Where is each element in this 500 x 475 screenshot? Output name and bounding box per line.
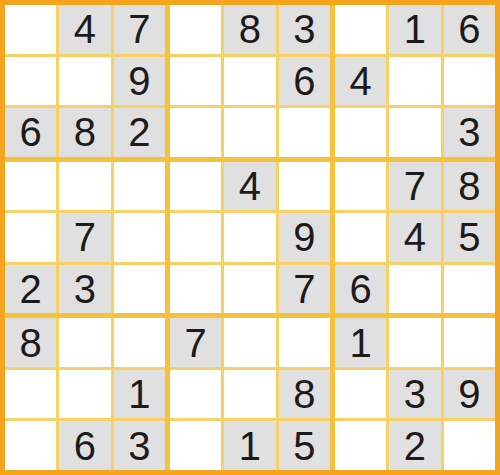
cell-r2c2[interactable] — [59, 57, 110, 106]
cell-r3c5[interactable] — [224, 108, 275, 157]
cell-r6c2: 3 — [59, 265, 110, 314]
cell-r9c5: 1 — [224, 421, 275, 470]
sudoku-box-2: 836 — [170, 5, 330, 157]
cell-r9c9[interactable] — [444, 421, 495, 470]
cell-r1c7[interactable] — [335, 5, 386, 54]
cell-r4c8: 7 — [389, 162, 440, 211]
cell-r1c8: 1 — [389, 5, 440, 54]
cell-r3c4[interactable] — [170, 108, 221, 157]
sudoku-box-3: 1643 — [335, 5, 495, 157]
cell-r4c3[interactable] — [114, 162, 165, 211]
sudoku-box-5: 497 — [170, 162, 330, 314]
sudoku-grid: 479682836164372349778456816378151392 — [5, 5, 495, 470]
sudoku-box-9: 1392 — [335, 318, 495, 470]
cell-r5c3[interactable] — [114, 213, 165, 262]
cell-r3c1: 6 — [5, 108, 56, 157]
cell-r9c7[interactable] — [335, 421, 386, 470]
cell-r1c2: 4 — [59, 5, 110, 54]
cell-r9c2: 6 — [59, 421, 110, 470]
cell-r9c6: 5 — [279, 421, 330, 470]
cell-r1c5: 8 — [224, 5, 275, 54]
cell-r2c1[interactable] — [5, 57, 56, 106]
cell-r6c3[interactable] — [114, 265, 165, 314]
cell-r5c6: 9 — [279, 213, 330, 262]
cell-r8c1[interactable] — [5, 370, 56, 419]
cell-r7c8[interactable] — [389, 318, 440, 367]
cell-r8c5[interactable] — [224, 370, 275, 419]
cell-r3c6[interactable] — [279, 108, 330, 157]
cell-r8c6: 8 — [279, 370, 330, 419]
cell-r4c6[interactable] — [279, 162, 330, 211]
cell-r6c4[interactable] — [170, 265, 221, 314]
cell-r1c9: 6 — [444, 5, 495, 54]
cell-r8c4[interactable] — [170, 370, 221, 419]
sudoku-box-4: 723 — [5, 162, 165, 314]
cell-r7c5[interactable] — [224, 318, 275, 367]
cell-r6c1: 2 — [5, 265, 56, 314]
cell-r7c6[interactable] — [279, 318, 330, 367]
cell-r3c8[interactable] — [389, 108, 440, 157]
cell-r2c5[interactable] — [224, 57, 275, 106]
cell-r9c4[interactable] — [170, 421, 221, 470]
cell-r3c7[interactable] — [335, 108, 386, 157]
cell-r6c9[interactable] — [444, 265, 495, 314]
cell-r2c9[interactable] — [444, 57, 495, 106]
cell-r1c1[interactable] — [5, 5, 56, 54]
cell-r3c3: 2 — [114, 108, 165, 157]
cell-r5c4[interactable] — [170, 213, 221, 262]
cell-r4c7[interactable] — [335, 162, 386, 211]
cell-r8c8: 3 — [389, 370, 440, 419]
cell-r2c3: 9 — [114, 57, 165, 106]
cell-r8c7[interactable] — [335, 370, 386, 419]
cell-r1c4[interactable] — [170, 5, 221, 54]
cell-r6c7: 6 — [335, 265, 386, 314]
cell-r5c8: 4 — [389, 213, 440, 262]
cell-r8c9: 9 — [444, 370, 495, 419]
cell-r2c7: 4 — [335, 57, 386, 106]
cell-r7c3[interactable] — [114, 318, 165, 367]
cell-r4c4[interactable] — [170, 162, 221, 211]
cell-r2c6: 6 — [279, 57, 330, 106]
sudoku-box-6: 78456 — [335, 162, 495, 314]
cell-r1c3: 7 — [114, 5, 165, 54]
cell-r5c9: 5 — [444, 213, 495, 262]
cell-r4c2[interactable] — [59, 162, 110, 211]
cell-r6c8[interactable] — [389, 265, 440, 314]
cell-r9c1[interactable] — [5, 421, 56, 470]
cell-r8c3: 1 — [114, 370, 165, 419]
cell-r7c9[interactable] — [444, 318, 495, 367]
cell-r3c2: 8 — [59, 108, 110, 157]
cell-r7c4: 7 — [170, 318, 221, 367]
cell-r2c4[interactable] — [170, 57, 221, 106]
sudoku-box-7: 8163 — [5, 318, 165, 470]
sudoku-box-1: 479682 — [5, 5, 165, 157]
sudoku-board: 479682836164372349778456816378151392 — [0, 0, 500, 475]
cell-r6c6: 7 — [279, 265, 330, 314]
cell-r8c2[interactable] — [59, 370, 110, 419]
cell-r1c6: 3 — [279, 5, 330, 54]
cell-r4c1[interactable] — [5, 162, 56, 211]
cell-r9c8: 2 — [389, 421, 440, 470]
cell-r5c5[interactable] — [224, 213, 275, 262]
cell-r4c9: 8 — [444, 162, 495, 211]
sudoku-box-8: 7815 — [170, 318, 330, 470]
cell-r3c9: 3 — [444, 108, 495, 157]
cell-r7c2[interactable] — [59, 318, 110, 367]
cell-r6c5[interactable] — [224, 265, 275, 314]
cell-r9c3: 3 — [114, 421, 165, 470]
cell-r2c8[interactable] — [389, 57, 440, 106]
cell-r5c1[interactable] — [5, 213, 56, 262]
cell-r7c1: 8 — [5, 318, 56, 367]
cell-r5c2: 7 — [59, 213, 110, 262]
cell-r7c7: 1 — [335, 318, 386, 367]
cell-r5c7[interactable] — [335, 213, 386, 262]
cell-r4c5: 4 — [224, 162, 275, 211]
